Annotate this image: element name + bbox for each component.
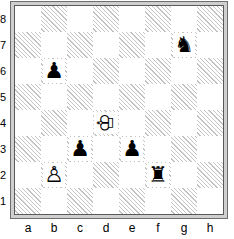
square-h5[interactable]	[197, 84, 223, 110]
square-c1[interactable]	[67, 188, 93, 214]
square-d7[interactable]	[93, 32, 119, 58]
piece-white-pawn[interactable]: ♙	[43, 163, 65, 187]
square-g8[interactable]	[171, 6, 197, 32]
square-d4[interactable]: ♔	[93, 110, 119, 136]
square-c2[interactable]	[67, 162, 93, 188]
rank-labels: 87654321	[0, 6, 9, 214]
square-f2[interactable]: ♜	[145, 162, 171, 188]
rank-label-1: 1	[0, 188, 9, 214]
square-b3[interactable]	[41, 136, 67, 162]
square-h7[interactable]	[197, 32, 223, 58]
file-label-e: e	[119, 221, 145, 235]
square-h3[interactable]	[197, 136, 223, 162]
file-label-g: g	[171, 221, 197, 235]
square-c3[interactable]: ♟	[67, 136, 93, 162]
square-a2[interactable]	[15, 162, 41, 188]
piece-black-pawn[interactable]: ♟	[69, 137, 91, 161]
square-d1[interactable]	[93, 188, 119, 214]
rank-label-7: 7	[0, 32, 9, 58]
square-b8[interactable]	[41, 6, 67, 32]
square-d3[interactable]	[93, 136, 119, 162]
square-f1[interactable]	[145, 188, 171, 214]
file-label-h: h	[197, 221, 223, 235]
square-d6[interactable]	[93, 58, 119, 84]
square-d2[interactable]	[93, 162, 119, 188]
square-b6[interactable]: ♟	[41, 58, 67, 84]
rank-label-2: 2	[0, 162, 9, 188]
rank-label-6: 6	[0, 58, 9, 84]
square-b2[interactable]: ♙	[41, 162, 67, 188]
file-label-f: f	[145, 221, 171, 235]
square-g1[interactable]	[171, 188, 197, 214]
square-a4[interactable]	[15, 110, 41, 136]
square-d5[interactable]	[93, 84, 119, 110]
rank-label-8: 8	[0, 6, 9, 32]
square-c6[interactable]	[67, 58, 93, 84]
square-e3[interactable]: ♟	[119, 136, 145, 162]
piece-white-king[interactable]: ♔	[94, 112, 118, 134]
square-f8[interactable]	[145, 6, 171, 32]
square-f4[interactable]	[145, 110, 171, 136]
file-label-a: a	[15, 221, 41, 235]
square-e5[interactable]	[119, 84, 145, 110]
rank-label-5: 5	[0, 84, 9, 110]
square-a8[interactable]	[15, 6, 41, 32]
square-e4[interactable]	[119, 110, 145, 136]
square-g4[interactable]	[171, 110, 197, 136]
square-a3[interactable]	[15, 136, 41, 162]
file-labels: abcdefgh	[15, 221, 223, 235]
file-label-d: d	[93, 221, 119, 235]
square-a5[interactable]	[15, 84, 41, 110]
rank-label-4: 4	[0, 110, 9, 136]
square-b7[interactable]	[41, 32, 67, 58]
piece-black-knight[interactable]: ♞	[173, 33, 195, 57]
square-h6[interactable]	[197, 58, 223, 84]
rank-label-3: 3	[0, 136, 9, 162]
square-b1[interactable]	[41, 188, 67, 214]
piece-black-pawn[interactable]: ♟	[121, 137, 143, 161]
square-g6[interactable]	[171, 58, 197, 84]
chess-board: ♞♟♔♟♟♙♜	[14, 5, 224, 215]
square-g7[interactable]: ♞	[171, 32, 197, 58]
square-h1[interactable]	[197, 188, 223, 214]
square-h2[interactable]	[197, 162, 223, 188]
square-b4[interactable]	[41, 110, 67, 136]
square-f5[interactable]	[145, 84, 171, 110]
square-f7[interactable]	[145, 32, 171, 58]
square-d8[interactable]	[93, 6, 119, 32]
square-g2[interactable]	[171, 162, 197, 188]
square-e6[interactable]	[119, 58, 145, 84]
file-label-b: b	[41, 221, 67, 235]
square-b5[interactable]	[41, 84, 67, 110]
square-f6[interactable]	[145, 58, 171, 84]
square-c7[interactable]	[67, 32, 93, 58]
board-frame: ♞♟♔♟♟♙♜	[10, 1, 228, 219]
square-e1[interactable]	[119, 188, 145, 214]
square-e7[interactable]	[119, 32, 145, 58]
square-c5[interactable]	[67, 84, 93, 110]
square-f3[interactable]	[145, 136, 171, 162]
square-e2[interactable]	[119, 162, 145, 188]
square-h8[interactable]	[197, 6, 223, 32]
square-g5[interactable]	[171, 84, 197, 110]
square-a1[interactable]	[15, 188, 41, 214]
square-h4[interactable]	[197, 110, 223, 136]
chess-diagram: 87654321 ♞♟♔♟♟♙♜ abcdefgh	[0, 0, 234, 239]
square-g3[interactable]	[171, 136, 197, 162]
square-a7[interactable]	[15, 32, 41, 58]
square-c4[interactable]	[67, 110, 93, 136]
piece-black-rook[interactable]: ♜	[147, 163, 169, 187]
square-a6[interactable]	[15, 58, 41, 84]
piece-black-pawn[interactable]: ♟	[43, 59, 65, 83]
file-label-c: c	[67, 221, 93, 235]
square-c8[interactable]	[67, 6, 93, 32]
square-e8[interactable]	[119, 6, 145, 32]
